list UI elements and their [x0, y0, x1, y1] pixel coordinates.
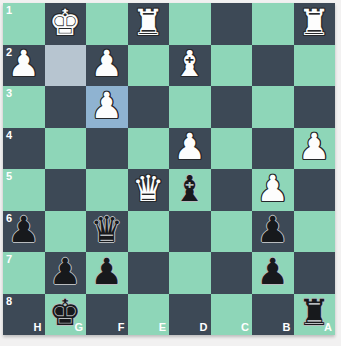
square-b6[interactable]: ♟ — [252, 211, 294, 253]
black-pawn[interactable]: ♟ — [91, 254, 123, 290]
square-h4[interactable]: 4 — [3, 128, 45, 170]
square-h2[interactable]: 2♟ — [3, 45, 45, 87]
square-a5[interactable] — [294, 169, 336, 211]
square-g1[interactable]: ♚ — [45, 3, 87, 45]
square-f1[interactable] — [86, 3, 128, 45]
square-g2[interactable] — [45, 45, 87, 87]
black-pawn[interactable]: ♟ — [257, 212, 289, 248]
square-d6[interactable] — [169, 211, 211, 253]
file-label-h: H — [34, 322, 42, 333]
rank-label-7: 7 — [6, 254, 12, 265]
white-pawn[interactable]: ♟ — [298, 129, 330, 165]
square-h6[interactable]: 6♟ — [3, 211, 45, 253]
square-c1[interactable] — [211, 3, 253, 45]
rank-label-3: 3 — [6, 88, 12, 99]
chess-board: 1♚♜♜2♟♟♝3♟4♟♟5♛♝♟6♟♛♟7♟♟♟8HG♚FEDCBA♜ — [3, 3, 335, 335]
white-pawn[interactable]: ♟ — [8, 46, 40, 82]
square-b8[interactable]: B — [252, 294, 294, 336]
white-bishop[interactable]: ♝ — [174, 46, 206, 82]
square-d7[interactable] — [169, 252, 211, 294]
square-g8[interactable]: G♚ — [45, 294, 87, 336]
square-e4[interactable] — [128, 128, 170, 170]
square-a4[interactable]: ♟ — [294, 128, 336, 170]
square-e6[interactable] — [128, 211, 170, 253]
white-rook[interactable]: ♜ — [298, 5, 330, 41]
square-f2[interactable]: ♟ — [86, 45, 128, 87]
white-pawn[interactable]: ♟ — [91, 88, 123, 124]
file-label-d: D — [200, 322, 208, 333]
square-a2[interactable] — [294, 45, 336, 87]
square-h7[interactable]: 7 — [3, 252, 45, 294]
white-pawn[interactable]: ♟ — [257, 171, 289, 207]
black-pawn[interactable]: ♟ — [257, 254, 289, 290]
square-e7[interactable] — [128, 252, 170, 294]
white-king[interactable]: ♚ — [49, 5, 81, 41]
rank-label-4: 4 — [6, 130, 12, 141]
square-a7[interactable] — [294, 252, 336, 294]
square-e3[interactable] — [128, 86, 170, 128]
file-label-f: F — [118, 322, 125, 333]
square-c5[interactable] — [211, 169, 253, 211]
square-a6[interactable] — [294, 211, 336, 253]
square-h1[interactable]: 1 — [3, 3, 45, 45]
square-f7[interactable]: ♟ — [86, 252, 128, 294]
square-c6[interactable] — [211, 211, 253, 253]
square-g7[interactable]: ♟ — [45, 252, 87, 294]
rank-label-8: 8 — [6, 296, 12, 307]
square-a1[interactable]: ♜ — [294, 3, 336, 45]
square-g3[interactable] — [45, 86, 87, 128]
file-label-b: B — [283, 322, 291, 333]
square-e8[interactable]: E — [128, 294, 170, 336]
square-d2[interactable]: ♝ — [169, 45, 211, 87]
black-pawn[interactable]: ♟ — [8, 212, 40, 248]
square-a3[interactable] — [294, 86, 336, 128]
white-queen[interactable]: ♛ — [132, 171, 164, 207]
square-c8[interactable]: C — [211, 294, 253, 336]
square-d8[interactable]: D — [169, 294, 211, 336]
square-d5[interactable]: ♝ — [169, 169, 211, 211]
square-h5[interactable]: 5 — [3, 169, 45, 211]
file-label-c: C — [241, 322, 249, 333]
white-rook[interactable]: ♜ — [132, 5, 164, 41]
square-h8[interactable]: 8H — [3, 294, 45, 336]
square-c7[interactable] — [211, 252, 253, 294]
square-b3[interactable] — [252, 86, 294, 128]
black-king[interactable]: ♚ — [49, 295, 81, 331]
square-c2[interactable] — [211, 45, 253, 87]
white-pawn[interactable]: ♟ — [91, 46, 123, 82]
square-d1[interactable] — [169, 3, 211, 45]
square-b4[interactable] — [252, 128, 294, 170]
square-c3[interactable] — [211, 86, 253, 128]
square-e1[interactable]: ♜ — [128, 3, 170, 45]
square-g5[interactable] — [45, 169, 87, 211]
square-e5[interactable]: ♛ — [128, 169, 170, 211]
square-f8[interactable]: F — [86, 294, 128, 336]
rank-label-1: 1 — [6, 5, 12, 16]
rank-label-5: 5 — [6, 171, 12, 182]
square-b7[interactable]: ♟ — [252, 252, 294, 294]
square-a8[interactable]: A♜ — [294, 294, 336, 336]
square-f6[interactable]: ♛ — [86, 211, 128, 253]
square-d4[interactable]: ♟ — [169, 128, 211, 170]
white-pawn[interactable]: ♟ — [174, 129, 206, 165]
black-queen[interactable]: ♛ — [91, 212, 123, 248]
square-b2[interactable] — [252, 45, 294, 87]
file-label-e: E — [159, 322, 166, 333]
black-bishop[interactable]: ♝ — [174, 171, 206, 207]
square-e2[interactable] — [128, 45, 170, 87]
square-b5[interactable]: ♟ — [252, 169, 294, 211]
square-f3[interactable]: ♟ — [86, 86, 128, 128]
square-d3[interactable] — [169, 86, 211, 128]
black-rook[interactable]: ♜ — [298, 295, 330, 331]
square-g4[interactable] — [45, 128, 87, 170]
square-h3[interactable]: 3 — [3, 86, 45, 128]
square-f5[interactable] — [86, 169, 128, 211]
square-g6[interactable] — [45, 211, 87, 253]
chess-app-stage: 1♚♜♜2♟♟♝3♟4♟♟5♛♝♟6♟♛♟7♟♟♟8HG♚FEDCBA♜ — [0, 0, 341, 346]
square-c4[interactable] — [211, 128, 253, 170]
square-b1[interactable] — [252, 3, 294, 45]
square-f4[interactable] — [86, 128, 128, 170]
black-pawn[interactable]: ♟ — [49, 254, 81, 290]
